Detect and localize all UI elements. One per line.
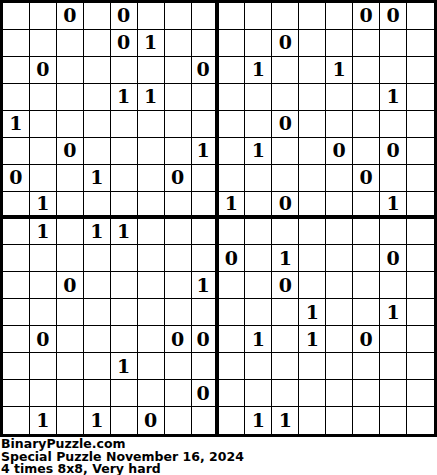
cell-r6c4[interactable] [84,138,111,165]
cell-r10c12[interactable] [299,245,326,272]
cell-r10c4[interactable] [84,245,111,272]
cell-r7c11[interactable] [272,165,299,192]
cell-r7c12[interactable] [299,165,326,192]
cell-r2c14[interactable] [353,30,380,57]
cell-r3c10: 1 [245,57,272,84]
cell-r9c14[interactable] [353,219,380,246]
cell-r14c12[interactable] [299,353,326,380]
cell-r14c1[interactable] [3,353,30,380]
cell-r4c12[interactable] [299,84,326,111]
cell-r16c5[interactable] [111,407,138,434]
cell-r2c5: 0 [111,30,138,57]
cell-r4c7[interactable] [165,84,192,111]
cell-r7c5[interactable] [111,165,138,192]
cell-r4c14[interactable] [353,84,380,111]
cell-r1c9[interactable] [219,3,246,30]
cell-r1c4[interactable] [84,3,111,30]
cell-r9c7[interactable] [165,219,192,246]
cell-r2c11: 0 [272,30,299,57]
cell-r4c11[interactable] [272,84,299,111]
cell-r9c16[interactable] [407,219,434,246]
cell-r10c14[interactable] [353,245,380,272]
cell-r8c13[interactable] [326,192,353,219]
cell-r1c14: 0 [353,3,380,30]
cell-r10c9: 0 [219,245,246,272]
cell-r7c3[interactable] [57,165,84,192]
cell-r5c12[interactable] [299,111,326,138]
cell-r1c8[interactable] [192,3,219,30]
cell-r7c10[interactable] [245,165,272,192]
cell-r16c9[interactable] [219,407,246,434]
cell-r14c14[interactable] [353,353,380,380]
cell-r13c9[interactable] [219,326,246,353]
cell-r6c16[interactable] [407,138,434,165]
footer-puzzle-spec: 4 times 8x8, Very hard [1,463,437,475]
cell-r10c1[interactable] [3,245,30,272]
cell-r13c10: 1 [245,326,272,353]
board: 0000010001111110011000100110111101001011… [0,0,437,437]
cell-r10c2[interactable] [30,245,57,272]
cell-r6c1[interactable] [3,138,30,165]
cell-r3c14[interactable] [353,57,380,84]
cell-r16c4: 1 [84,407,111,434]
cell-r4c16[interactable] [407,84,434,111]
cell-r12c10[interactable] [245,299,272,326]
cell-r11c16[interactable] [407,272,434,299]
cell-r7c16[interactable] [407,165,434,192]
cell-r4c13[interactable] [326,84,353,111]
cell-r11c2[interactable] [30,272,57,299]
cell-r12c8[interactable] [192,299,219,326]
cell-r14c7[interactable] [165,353,192,380]
cell-r8c9: 1 [219,192,246,219]
cell-r10c11: 1 [272,245,299,272]
cell-r3c11[interactable] [272,57,299,84]
cell-r11c10[interactable] [245,272,272,299]
cell-r10c16[interactable] [407,245,434,272]
cell-r9c8[interactable] [192,219,219,246]
cell-r5c10[interactable] [245,111,272,138]
cell-r2c9[interactable] [219,30,246,57]
cell-r15c13[interactable] [326,380,353,407]
cell-r7c15[interactable] [380,165,407,192]
cell-r3c9[interactable] [219,57,246,84]
cell-r2c7[interactable] [165,30,192,57]
cell-r7c9[interactable] [219,165,246,192]
cell-r2c6: 1 [138,30,165,57]
cell-r13c4[interactable] [84,326,111,353]
cell-r1c5: 0 [111,3,138,30]
cell-r15c12[interactable] [299,380,326,407]
cell-r15c11[interactable] [272,380,299,407]
cell-r16c8[interactable] [192,407,219,434]
cell-r12c2[interactable] [30,299,57,326]
cell-r2c1[interactable] [3,30,30,57]
cell-r16c11: 1 [272,407,299,434]
cell-r12c7[interactable] [165,299,192,326]
cell-r2c16[interactable] [407,30,434,57]
cell-r8c4[interactable] [84,192,111,219]
cell-r6c15: 0 [380,138,407,165]
cell-r10c8[interactable] [192,245,219,272]
cell-r11c9[interactable] [219,272,246,299]
cell-r3c6[interactable] [138,57,165,84]
cell-r6c14[interactable] [353,138,380,165]
cell-r1c7[interactable] [165,3,192,30]
cell-r11c11: 0 [272,272,299,299]
cell-r6c2[interactable] [30,138,57,165]
cell-r5c7[interactable] [165,111,192,138]
cell-r1c11[interactable] [272,3,299,30]
cell-r9c3[interactable] [57,219,84,246]
cell-r5c6[interactable] [138,111,165,138]
cell-r9c11[interactable] [272,219,299,246]
cell-r14c13[interactable] [326,353,353,380]
cell-r8c6[interactable] [138,192,165,219]
cell-r2c13[interactable] [326,30,353,57]
cell-r8c8[interactable] [192,192,219,219]
cell-r3c1[interactable] [3,57,30,84]
cell-r4c1[interactable] [3,84,30,111]
cell-r10c6[interactable] [138,245,165,272]
cell-r8c5[interactable] [111,192,138,219]
cell-r9c4: 1 [84,219,111,246]
cell-r12c14[interactable] [353,299,380,326]
cell-r9c2: 1 [30,219,57,246]
cell-r15c2[interactable] [30,380,57,407]
cell-r5c2[interactable] [30,111,57,138]
cell-r7c1: 0 [3,165,30,192]
cell-r3c15[interactable] [380,57,407,84]
cell-r16c3[interactable] [57,407,84,434]
cell-r1c10[interactable] [245,3,272,30]
cell-r15c4[interactable] [84,380,111,407]
cell-r12c15: 1 [380,299,407,326]
cell-r8c1[interactable] [3,192,30,219]
cell-r11c1[interactable] [3,272,30,299]
cell-r4c10[interactable] [245,84,272,111]
cell-r5c3[interactable] [57,111,84,138]
cell-r15c7[interactable] [165,380,192,407]
cell-r14c2[interactable] [30,353,57,380]
cell-r14c6[interactable] [138,353,165,380]
cell-r5c9[interactable] [219,111,246,138]
cell-r13c3[interactable] [57,326,84,353]
cell-r13c16[interactable] [407,326,434,353]
cell-r6c11[interactable] [272,138,299,165]
cell-r8c10[interactable] [245,192,272,219]
cell-r3c2: 0 [30,57,57,84]
cell-r1c3: 0 [57,3,84,30]
cell-r10c13[interactable] [326,245,353,272]
cell-r5c16[interactable] [407,111,434,138]
cell-r5c4[interactable] [84,111,111,138]
cell-r13c1[interactable] [3,326,30,353]
cell-r14c11[interactable] [272,353,299,380]
cell-r15c5[interactable] [111,380,138,407]
cell-r1c15: 0 [380,3,407,30]
cell-r4c5: 1 [111,84,138,111]
cell-r16c7[interactable] [165,407,192,434]
cell-r9c13[interactable] [326,219,353,246]
cell-r1c6[interactable] [138,3,165,30]
cell-r12c6[interactable] [138,299,165,326]
cell-r2c4[interactable] [84,30,111,57]
cell-r12c1[interactable] [3,299,30,326]
cell-r8c2: 1 [30,192,57,219]
cell-r15c3[interactable] [57,380,84,407]
cell-r7c13[interactable] [326,165,353,192]
cell-r5c15[interactable] [380,111,407,138]
cell-r3c12[interactable] [299,57,326,84]
cell-r3c16[interactable] [407,57,434,84]
cell-r12c5[interactable] [111,299,138,326]
cell-r7c6[interactable] [138,165,165,192]
cell-r1c2[interactable] [30,3,57,30]
cell-r16c15[interactable] [380,407,407,434]
cell-r14c5: 1 [111,353,138,380]
cell-r13c15[interactable] [380,326,407,353]
cell-r10c15: 0 [380,245,407,272]
cell-r2c3[interactable] [57,30,84,57]
cell-r11c14[interactable] [353,272,380,299]
cell-r15c10[interactable] [245,380,272,407]
cell-r15c15[interactable] [380,380,407,407]
cell-r8c15: 1 [380,192,407,219]
cell-r16c2: 1 [30,407,57,434]
cell-r4c3[interactable] [57,84,84,111]
cell-r9c9[interactable] [219,219,246,246]
cell-r13c6[interactable] [138,326,165,353]
cell-r13c7: 0 [165,326,192,353]
cell-r3c7[interactable] [165,57,192,84]
cell-r6c3: 0 [57,138,84,165]
cell-r8c16[interactable] [407,192,434,219]
cell-r15c6[interactable] [138,380,165,407]
page: 0000010001111110011000100110111101001011… [0,0,437,475]
cell-r10c5[interactable] [111,245,138,272]
cell-r9c5: 1 [111,219,138,246]
cell-r7c8[interactable] [192,165,219,192]
cell-r6c7[interactable] [165,138,192,165]
cell-r4c9[interactable] [219,84,246,111]
cell-r12c3[interactable] [57,299,84,326]
cell-r4c2[interactable] [30,84,57,111]
cell-r16c13[interactable] [326,407,353,434]
cell-r16c16[interactable] [407,407,434,434]
cell-r8c14[interactable] [353,192,380,219]
cell-r11c12[interactable] [299,272,326,299]
cell-r12c9[interactable] [219,299,246,326]
cell-r2c10[interactable] [245,30,272,57]
cell-r7c7: 0 [165,165,192,192]
cell-r2c12[interactable] [299,30,326,57]
cell-r11c7[interactable] [165,272,192,299]
cell-r11c4[interactable] [84,272,111,299]
cell-r11c6[interactable] [138,272,165,299]
cell-r8c7[interactable] [165,192,192,219]
cell-r15c1[interactable] [3,380,30,407]
cell-r12c4[interactable] [84,299,111,326]
cell-r11c3: 0 [57,272,84,299]
cell-r11c13[interactable] [326,272,353,299]
cell-r5c5[interactable] [111,111,138,138]
cell-r11c5[interactable] [111,272,138,299]
cell-r8c11: 0 [272,192,299,219]
cell-r1c12[interactable] [299,3,326,30]
cell-r13c11[interactable] [272,326,299,353]
cell-r10c7[interactable] [165,245,192,272]
cell-r6c10: 1 [245,138,272,165]
cell-r6c9[interactable] [219,138,246,165]
cell-r3c13: 1 [326,57,353,84]
cell-r10c10[interactable] [245,245,272,272]
cell-r6c12[interactable] [299,138,326,165]
cell-r14c16[interactable] [407,353,434,380]
cell-r11c8: 1 [192,272,219,299]
cell-r9c12[interactable] [299,219,326,246]
cell-r14c4[interactable] [84,353,111,380]
cell-r4c8[interactable] [192,84,219,111]
cell-r2c2[interactable] [30,30,57,57]
cell-r7c14: 0 [353,165,380,192]
cell-r15c9[interactable] [219,380,246,407]
cell-r4c6: 1 [138,84,165,111]
cell-r6c13: 0 [326,138,353,165]
cell-r16c12[interactable] [299,407,326,434]
cell-r2c15[interactable] [380,30,407,57]
cell-r3c5[interactable] [111,57,138,84]
cell-r5c8[interactable] [192,111,219,138]
cell-r13c2: 0 [30,326,57,353]
cell-r15c14[interactable] [353,380,380,407]
cell-r8c3[interactable] [57,192,84,219]
cell-r13c12: 1 [299,326,326,353]
cell-r5c1: 1 [3,111,30,138]
cell-r1c1[interactable] [3,3,30,30]
cell-r5c11: 0 [272,111,299,138]
cell-r9c15[interactable] [380,219,407,246]
cell-r3c4[interactable] [84,57,111,84]
cell-r16c1[interactable] [3,407,30,434]
cell-r14c9[interactable] [219,353,246,380]
cell-r10c3[interactable] [57,245,84,272]
cell-r12c13[interactable] [326,299,353,326]
cell-r16c14[interactable] [353,407,380,434]
cell-r12c12: 1 [299,299,326,326]
cell-r6c5[interactable] [111,138,138,165]
cell-r13c8: 0 [192,326,219,353]
cell-r7c4: 1 [84,165,111,192]
cell-r3c8: 0 [192,57,219,84]
cell-r16c10: 1 [245,407,272,434]
cell-r9c6[interactable] [138,219,165,246]
cell-r12c11[interactable] [272,299,299,326]
cell-r4c15: 1 [380,84,407,111]
cell-r15c8: 0 [192,380,219,407]
cell-r3c3[interactable] [57,57,84,84]
cell-r14c3[interactable] [57,353,84,380]
cell-r6c6[interactable] [138,138,165,165]
cell-r16c6: 0 [138,407,165,434]
cell-r1c16[interactable] [407,3,434,30]
cell-r14c15[interactable] [380,353,407,380]
cell-r13c13[interactable] [326,326,353,353]
cell-r5c14[interactable] [353,111,380,138]
cell-r5c13[interactable] [326,111,353,138]
cell-r12c16[interactable] [407,299,434,326]
cell-r14c10[interactable] [245,353,272,380]
cell-r13c14: 0 [353,326,380,353]
footer: BinaryPuzzle.com Special Puzzle November… [0,437,437,475]
cell-r2c8[interactable] [192,30,219,57]
cell-r9c10[interactable] [245,219,272,246]
cell-r8c12[interactable] [299,192,326,219]
cell-r1c13[interactable] [326,3,353,30]
cell-r11c15[interactable] [380,272,407,299]
cell-r13c5[interactable] [111,326,138,353]
cell-r9c1[interactable] [3,219,30,246]
cell-r6c8: 1 [192,138,219,165]
cell-r7c2[interactable] [30,165,57,192]
cell-r15c16[interactable] [407,380,434,407]
cell-r4c4[interactable] [84,84,111,111]
cell-r14c8[interactable] [192,353,219,380]
